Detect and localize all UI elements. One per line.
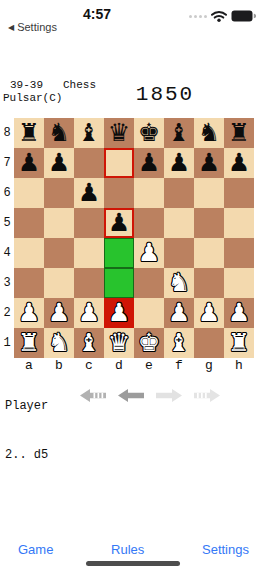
square-d8[interactable]: ♛ [104,118,134,148]
black-pawn-g7: ♟ [198,148,220,178]
square-f6[interactable] [164,178,194,208]
black-pawn-f7: ♟ [168,148,190,178]
square-g4[interactable] [194,238,224,268]
square-d4[interactable] [104,238,134,268]
black-rook-a8: ♜ [18,118,40,148]
square-d7[interactable] [104,148,134,178]
square-e3[interactable] [134,268,164,298]
square-h6[interactable] [224,178,254,208]
square-c2[interactable]: ♟ [74,298,104,328]
square-e8[interactable]: ♚ [134,118,164,148]
square-b4[interactable] [44,238,74,268]
white-knight-f3: ♞ [168,268,190,298]
square-c4[interactable] [74,238,104,268]
material-count: 39-39 [10,79,43,91]
file-label-b: b [44,358,74,373]
clock-time: 4:57 [75,6,119,22]
black-pawn-c6: ♟ [78,178,100,208]
file-label-c: c [74,358,104,373]
square-b3[interactable] [44,268,74,298]
square-d2[interactable]: ♟ [104,298,134,328]
rank-label-6: 6 [0,178,14,208]
square-d3[interactable] [104,268,134,298]
cellular-signal-icon [189,11,207,21]
square-e1[interactable]: ♚ [134,328,164,358]
square-a1[interactable]: ♜ [14,328,44,358]
square-a8[interactable]: ♜ [14,118,44,148]
white-bishop-f1: ♝ [168,328,190,358]
square-h8[interactable]: ♜ [224,118,254,148]
white-rook-a1: ♜ [18,328,40,358]
black-pawn-d5: ♟ [108,208,130,238]
square-d1[interactable]: ♛ [104,328,134,358]
square-c7[interactable] [74,148,104,178]
white-rook-h1: ♜ [228,328,250,358]
status-icons [189,10,256,22]
black-knight-g8: ♞ [198,118,220,148]
square-c8[interactable]: ♝ [74,118,104,148]
game-name: Chess [63,79,96,91]
square-a3[interactable] [14,268,44,298]
step-back-button[interactable] [118,389,144,402]
square-g2[interactable]: ♟ [194,298,224,328]
white-bishop-c1: ♝ [78,328,100,358]
square-f4[interactable] [164,238,194,268]
square-a6[interactable] [14,178,44,208]
file-label-e: e [134,358,164,373]
square-h5[interactable] [224,208,254,238]
square-f5[interactable] [164,208,194,238]
square-g3[interactable] [194,268,224,298]
square-a4[interactable] [14,238,44,268]
white-pawn-f2: ♟ [168,298,190,328]
black-king-e8: ♚ [138,118,160,148]
square-e5[interactable] [134,208,164,238]
move-navigation [80,389,220,402]
wifi-icon [211,10,227,22]
black-pawn-e7: ♟ [138,148,160,178]
square-c6[interactable]: ♟ [74,178,104,208]
square-f8[interactable]: ♝ [164,118,194,148]
rank-label-5: 5 [0,208,14,238]
square-c5[interactable] [74,208,104,238]
file-label-g: g [194,358,224,373]
square-h4[interactable] [224,238,254,268]
square-b2[interactable]: ♟ [44,298,74,328]
last-move-text: 2.. d5 [5,448,48,462]
jump-to-end-button[interactable] [194,389,220,402]
square-a7[interactable]: ♟ [14,148,44,178]
tab-rules[interactable]: Rules [111,542,144,557]
black-knight-b8: ♞ [48,118,70,148]
rank-label-3: 3 [0,268,14,298]
tab-settings[interactable]: Settings [202,542,249,557]
file-label-d: d [104,358,134,373]
square-c1[interactable]: ♝ [74,328,104,358]
white-pawn-d2: ♟ [108,298,130,328]
square-f2[interactable]: ♟ [164,298,194,328]
black-queen-d8: ♛ [108,118,130,148]
square-g8[interactable]: ♞ [194,118,224,148]
square-e2[interactable] [134,298,164,328]
square-d5[interactable]: ♟ [104,208,134,238]
file-labels: abcdefgh [14,358,254,373]
white-queen-d1: ♛ [108,328,130,358]
white-pawn-h2: ♟ [228,298,250,328]
black-rook-h8: ♜ [228,118,250,148]
file-label-f: f [164,358,194,373]
black-bishop-c8: ♝ [78,118,100,148]
square-c3[interactable] [74,268,104,298]
file-label-a: a [14,358,44,373]
black-bishop-f8: ♝ [168,118,190,148]
square-e6[interactable] [134,178,164,208]
white-pawn-e4: ♟ [138,238,160,268]
step-forward-button[interactable] [156,389,182,402]
square-e4[interactable]: ♟ [134,238,164,268]
chess-board: ♜♞♝♛♚♝♞♜♟♟♟♟♟♟♟♟♟♞♟♟♟♟♟♟♟♜♞♝♛♚♝♜ [14,118,254,358]
square-b7[interactable]: ♟ [44,148,74,178]
square-f7[interactable]: ♟ [164,148,194,178]
black-pawn-b7: ♟ [48,148,70,178]
rank-labels: 87654321 [0,118,14,358]
square-b8[interactable]: ♞ [44,118,74,148]
square-f1[interactable]: ♝ [164,328,194,358]
engine-name: Pulsar(C) [3,92,62,104]
square-g1[interactable] [194,328,224,358]
square-f3[interactable]: ♞ [164,268,194,298]
rank-label-1: 1 [0,328,14,358]
square-h3[interactable] [224,268,254,298]
square-d6[interactable] [104,178,134,208]
square-b6[interactable] [44,178,74,208]
square-b1[interactable]: ♞ [44,328,74,358]
square-g6[interactable] [194,178,224,208]
white-pawn-c2: ♟ [78,298,100,328]
black-pawn-a7: ♟ [18,148,40,178]
square-g5[interactable] [194,208,224,238]
rank-label-2: 2 [0,298,14,328]
rank-label-7: 7 [0,148,14,178]
black-pawn-h7: ♟ [228,148,250,178]
white-pawn-b2: ♟ [48,298,70,328]
back-label: Settings [17,21,57,33]
tab-bar: GameRulesSettings [0,538,265,560]
white-pawn-g2: ♟ [198,298,220,328]
square-g7[interactable]: ♟ [194,148,224,178]
square-h7[interactable]: ♟ [224,148,254,178]
square-a2[interactable]: ♟ [14,298,44,328]
white-knight-b1: ♞ [48,328,70,358]
rank-label-4: 4 [0,238,14,268]
white-king-e1: ♚ [138,328,160,358]
white-pawn-a2: ♟ [18,298,40,328]
back-chevron-icon: ◀ [8,22,14,33]
jump-to-start-button[interactable] [80,389,106,402]
square-e7[interactable]: ♟ [134,148,164,178]
square-h1[interactable]: ♜ [224,328,254,358]
file-label-h: h [224,358,254,373]
square-b5[interactable] [44,208,74,238]
back-to-settings-button[interactable]: ◀ Settings [8,21,57,33]
home-indicator[interactable] [86,561,180,566]
rank-label-8: 8 [0,118,14,148]
battery-icon [231,10,256,22]
square-h2[interactable]: ♟ [224,298,254,328]
player-label: Player [5,399,48,413]
tab-game[interactable]: Game [18,542,53,557]
engine-rating: 1850 [103,83,227,106]
square-a5[interactable] [14,208,44,238]
